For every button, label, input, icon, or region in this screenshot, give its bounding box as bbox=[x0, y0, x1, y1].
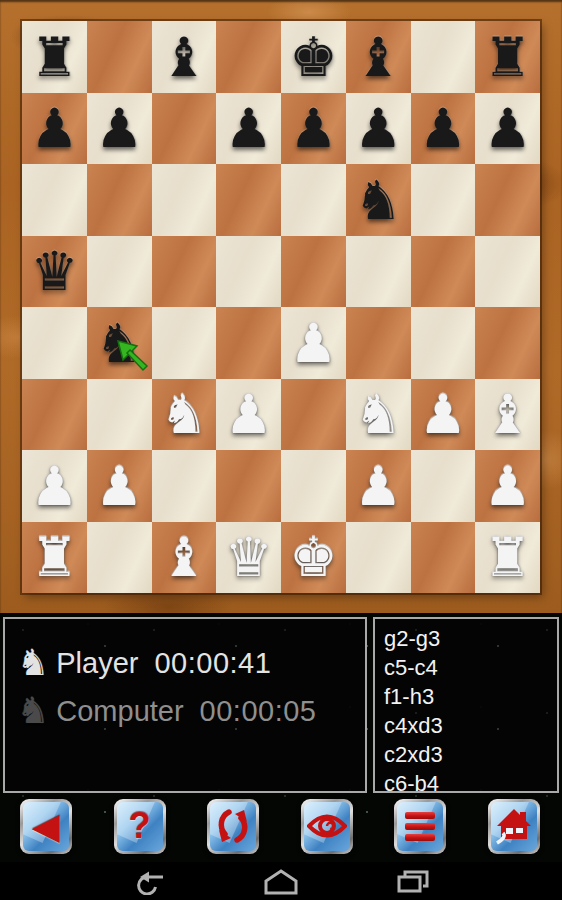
square-g3[interactable]: ♟ bbox=[411, 379, 476, 451]
square-g4[interactable] bbox=[411, 307, 476, 379]
computer-label: Computer bbox=[56, 695, 183, 728]
piece-white-pawn[interactable]: ♟ bbox=[354, 459, 402, 513]
square-c3[interactable]: ♞ bbox=[152, 379, 217, 451]
square-a6[interactable] bbox=[22, 164, 87, 236]
nav-recents-button[interactable] bbox=[390, 869, 434, 895]
square-d7[interactable]: ♟ bbox=[216, 93, 281, 165]
board-frame: ♜♝♚♝♜♟♟♟♟♟♟♟♞♛♞♟♞♟♞♟♝♟♟♟♟♜♝♛♚♜ bbox=[0, 0, 562, 613]
chess-app-screen: ♜♝♚♝♜♟♟♟♟♟♟♟♞♛♞♟♞♟♞♟♝♟♟♟♟♜♝♛♚♜ ♞ Player … bbox=[0, 0, 562, 900]
player-clock-row: ♞ Player 00:00:41 bbox=[17, 639, 365, 687]
square-c5[interactable] bbox=[152, 236, 217, 308]
piece-black-rook[interactable]: ♜ bbox=[30, 30, 78, 84]
piece-black-pawn[interactable]: ♟ bbox=[30, 101, 78, 155]
toolbar: ◀ ? bbox=[0, 797, 562, 855]
piece-white-pawn[interactable]: ♟ bbox=[483, 459, 531, 513]
square-h8[interactable]: ♜ bbox=[475, 21, 540, 93]
computer-time: 00:00:05 bbox=[200, 695, 317, 728]
back-button[interactable]: ◀ bbox=[20, 799, 72, 854]
square-b1[interactable] bbox=[87, 522, 152, 594]
square-f4[interactable] bbox=[346, 307, 411, 379]
rotate-arrows-icon bbox=[210, 802, 256, 851]
square-g7[interactable]: ♟ bbox=[411, 93, 476, 165]
player-label: Player bbox=[56, 647, 138, 680]
eye-icon bbox=[304, 802, 350, 851]
help-button[interactable]: ? bbox=[114, 799, 166, 854]
square-a7[interactable]: ♟ bbox=[22, 93, 87, 165]
piece-black-king[interactable]: ♚ bbox=[289, 30, 337, 84]
square-g2[interactable] bbox=[411, 450, 476, 522]
square-c2[interactable] bbox=[152, 450, 217, 522]
square-g5[interactable] bbox=[411, 236, 476, 308]
black-knight-icon: ♞ bbox=[17, 693, 49, 729]
square-c7[interactable] bbox=[152, 93, 217, 165]
square-e6[interactable] bbox=[281, 164, 346, 236]
piece-white-rook[interactable]: ♜ bbox=[483, 530, 531, 584]
piece-black-bishop[interactable]: ♝ bbox=[354, 30, 402, 84]
square-f1[interactable] bbox=[346, 522, 411, 594]
player-time: 00:00:41 bbox=[154, 647, 271, 680]
move-list-panel[interactable]: g2-g3 c5-c4 f1-h3 c4xd3 c2xd3 c6-b4 bbox=[373, 617, 559, 793]
square-d2[interactable] bbox=[216, 450, 281, 522]
piece-black-pawn[interactable]: ♟ bbox=[224, 101, 272, 155]
square-e7[interactable]: ♟ bbox=[281, 93, 346, 165]
square-b8[interactable] bbox=[87, 21, 152, 93]
square-e4[interactable]: ♟ bbox=[281, 307, 346, 379]
piece-black-pawn[interactable]: ♟ bbox=[354, 101, 402, 155]
menu-button[interactable] bbox=[394, 799, 446, 854]
piece-white-pawn[interactable]: ♟ bbox=[289, 316, 337, 370]
square-d1[interactable]: ♛ bbox=[216, 522, 281, 594]
square-e3[interactable] bbox=[281, 379, 346, 451]
square-h3[interactable]: ♝ bbox=[475, 379, 540, 451]
move-entry: f1-h3 bbox=[384, 682, 557, 711]
square-d4[interactable] bbox=[216, 307, 281, 379]
square-f8[interactable]: ♝ bbox=[346, 21, 411, 93]
square-d8[interactable] bbox=[216, 21, 281, 93]
piece-white-rook[interactable]: ♜ bbox=[30, 530, 78, 584]
square-g8[interactable] bbox=[411, 21, 476, 93]
square-f3[interactable]: ♞ bbox=[346, 379, 411, 451]
piece-white-knight[interactable]: ♞ bbox=[160, 387, 208, 441]
piece-white-queen[interactable]: ♛ bbox=[224, 530, 272, 584]
info-panels: ♞ Player 00:00:41 ♞ Computer 00:00:05 g2… bbox=[3, 617, 559, 793]
square-f7[interactable]: ♟ bbox=[346, 93, 411, 165]
android-navbar bbox=[0, 862, 562, 900]
piece-black-knight[interactable]: ♞ bbox=[354, 173, 402, 227]
move-entry: c2xd3 bbox=[384, 740, 557, 769]
piece-black-pawn[interactable]: ♟ bbox=[289, 101, 337, 155]
last-move-green-arrow-icon bbox=[115, 338, 151, 374]
piece-white-bishop[interactable]: ♝ bbox=[160, 530, 208, 584]
square-h5[interactable] bbox=[475, 236, 540, 308]
square-a8[interactable]: ♜ bbox=[22, 21, 87, 93]
nav-back-button[interactable] bbox=[128, 869, 172, 895]
square-d5[interactable] bbox=[216, 236, 281, 308]
square-c6[interactable] bbox=[152, 164, 217, 236]
piece-white-knight[interactable]: ♞ bbox=[354, 387, 402, 441]
square-f5[interactable] bbox=[346, 236, 411, 308]
piece-black-rook[interactable]: ♜ bbox=[483, 30, 531, 84]
square-b7[interactable]: ♟ bbox=[87, 93, 152, 165]
piece-white-pawn[interactable]: ♟ bbox=[95, 459, 143, 513]
square-c8[interactable]: ♝ bbox=[152, 21, 217, 93]
back-triangle-icon: ◀ bbox=[23, 802, 69, 851]
piece-white-king[interactable]: ♚ bbox=[289, 530, 337, 584]
square-c4[interactable] bbox=[152, 307, 217, 379]
home-icon bbox=[491, 802, 537, 851]
piece-black-bishop[interactable]: ♝ bbox=[160, 30, 208, 84]
square-f2[interactable]: ♟ bbox=[346, 450, 411, 522]
square-a3[interactable] bbox=[22, 379, 87, 451]
piece-white-pawn[interactable]: ♟ bbox=[419, 387, 467, 441]
piece-black-pawn[interactable]: ♟ bbox=[483, 101, 531, 155]
square-a1[interactable]: ♜ bbox=[22, 522, 87, 594]
square-b4[interactable]: ♞ bbox=[87, 307, 152, 379]
square-a2[interactable]: ♟ bbox=[22, 450, 87, 522]
restart-button[interactable] bbox=[207, 799, 259, 854]
nav-home-icon bbox=[263, 869, 299, 895]
piece-white-pawn[interactable]: ♟ bbox=[224, 387, 272, 441]
question-icon: ? bbox=[117, 802, 163, 851]
home-button[interactable] bbox=[488, 799, 540, 854]
square-d3[interactable]: ♟ bbox=[216, 379, 281, 451]
piece-black-queen[interactable]: ♛ bbox=[30, 244, 78, 298]
square-h6[interactable] bbox=[475, 164, 540, 236]
square-a4[interactable] bbox=[22, 307, 87, 379]
view-button[interactable] bbox=[301, 799, 353, 854]
square-h4[interactable] bbox=[475, 307, 540, 379]
piece-white-bishop[interactable]: ♝ bbox=[483, 387, 531, 441]
square-g1[interactable] bbox=[411, 522, 476, 594]
square-b2[interactable]: ♟ bbox=[87, 450, 152, 522]
square-a5[interactable]: ♛ bbox=[22, 236, 87, 308]
move-entry: c6-b4 bbox=[384, 769, 557, 798]
square-e8[interactable]: ♚ bbox=[281, 21, 346, 93]
piece-black-pawn[interactable]: ♟ bbox=[95, 101, 143, 155]
square-b6[interactable] bbox=[87, 164, 152, 236]
square-b5[interactable] bbox=[87, 236, 152, 308]
chess-board: ♜♝♚♝♜♟♟♟♟♟♟♟♞♛♞♟♞♟♞♟♝♟♟♟♟♜♝♛♚♜ bbox=[22, 21, 540, 593]
menu-bars-icon bbox=[397, 802, 443, 851]
square-h1[interactable]: ♜ bbox=[475, 522, 540, 594]
white-knight-icon: ♞ bbox=[17, 645, 49, 681]
square-e2[interactable] bbox=[281, 450, 346, 522]
square-e1[interactable]: ♚ bbox=[281, 522, 346, 594]
move-entry: g2-g3 bbox=[384, 624, 557, 653]
square-b3[interactable] bbox=[87, 379, 152, 451]
clock-panel: ♞ Player 00:00:41 ♞ Computer 00:00:05 bbox=[3, 617, 367, 793]
square-f6[interactable]: ♞ bbox=[346, 164, 411, 236]
move-entry: c5-c4 bbox=[384, 653, 557, 682]
move-entry: c4xd3 bbox=[384, 711, 557, 740]
nav-home-button[interactable] bbox=[259, 869, 303, 895]
computer-clock-row: ♞ Computer 00:00:05 bbox=[17, 687, 365, 735]
square-d6[interactable] bbox=[216, 164, 281, 236]
piece-black-pawn[interactable]: ♟ bbox=[419, 101, 467, 155]
square-h2[interactable]: ♟ bbox=[475, 450, 540, 522]
square-h7[interactable]: ♟ bbox=[475, 93, 540, 165]
nav-recents-icon bbox=[394, 869, 430, 895]
square-e5[interactable] bbox=[281, 236, 346, 308]
square-g6[interactable] bbox=[411, 164, 476, 236]
piece-white-pawn[interactable]: ♟ bbox=[30, 459, 78, 513]
nav-back-icon bbox=[131, 869, 169, 895]
square-c1[interactable]: ♝ bbox=[152, 522, 217, 594]
